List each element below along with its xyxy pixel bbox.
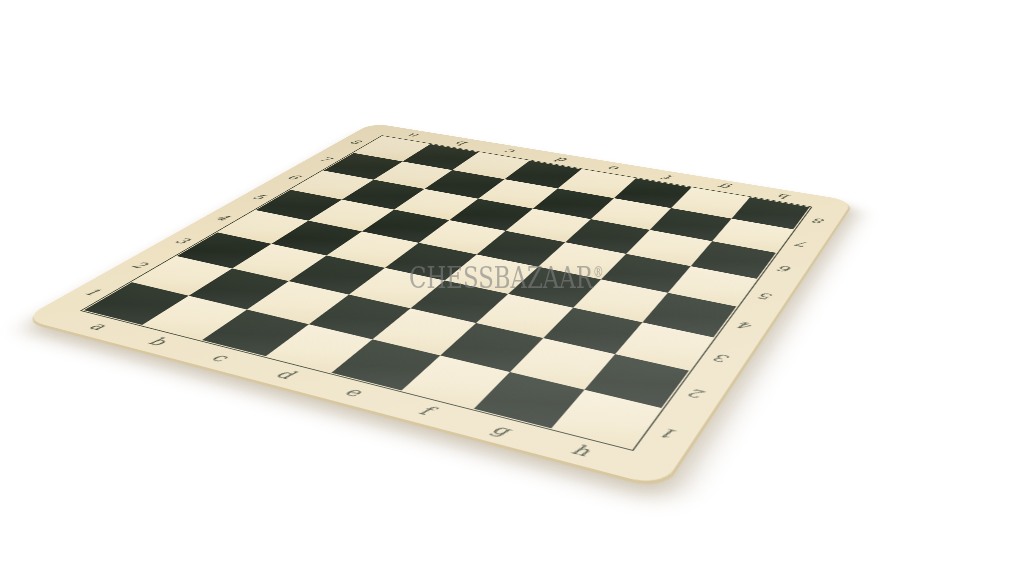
watermark-text: CHESSBAZAAR: [409, 260, 593, 295]
product-photo-stage: aabbccddeeffgghh8877665544332211 CHESSBA…: [0, 0, 1024, 576]
registered-mark: ®: [593, 264, 604, 280]
chess-board: aabbccddeeffgghh8877665544332211: [22, 123, 853, 487]
watermark: CHESSBAZAAR®: [409, 260, 604, 295]
